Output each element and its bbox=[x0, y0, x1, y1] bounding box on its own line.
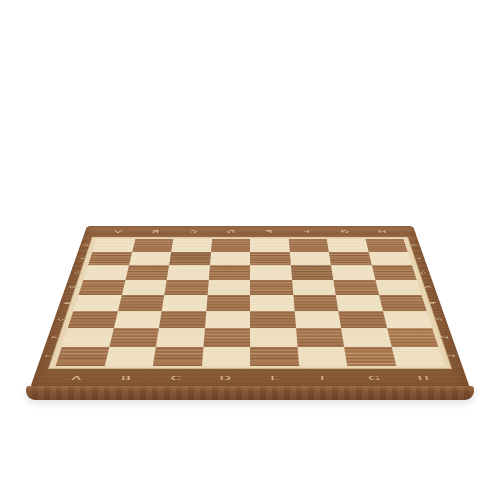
square-a5 bbox=[79, 280, 126, 295]
square-a3 bbox=[68, 311, 118, 328]
square-h5 bbox=[375, 280, 422, 295]
square-d3 bbox=[204, 311, 250, 328]
square-f8 bbox=[288, 239, 328, 252]
square-c1 bbox=[153, 346, 203, 365]
square-c2 bbox=[156, 328, 204, 346]
file-label-bottom-f: F bbox=[311, 373, 337, 384]
file-label-top-a: A bbox=[107, 228, 128, 234]
rank-label-right-6: 6 bbox=[411, 269, 434, 276]
file-label-bottom-a: A bbox=[62, 373, 90, 384]
product-photo: AA11BB22CC33DD44EE55FF66GG77HH88 bbox=[0, 0, 500, 500]
file-label-top-d: D bbox=[221, 228, 240, 234]
chess-board: AA11BB22CC33DD44EE55FF66GG77HH88 bbox=[30, 226, 470, 388]
rank-label-right-7: 7 bbox=[407, 255, 430, 262]
square-e6 bbox=[250, 265, 292, 279]
square-e7 bbox=[250, 252, 290, 266]
rank-label-left-5: 5 bbox=[60, 283, 84, 291]
rank-label-left-3: 3 bbox=[48, 315, 74, 324]
square-c5 bbox=[164, 280, 208, 295]
square-d1 bbox=[201, 346, 250, 365]
rank-label-right-4: 4 bbox=[421, 299, 446, 307]
square-g6 bbox=[331, 265, 375, 279]
square-b8 bbox=[132, 239, 173, 252]
square-d2 bbox=[203, 328, 250, 346]
square-h7 bbox=[368, 252, 412, 266]
square-b2 bbox=[109, 328, 159, 346]
rank-label-right-8: 8 bbox=[403, 242, 425, 249]
rank-label-right-3: 3 bbox=[426, 315, 452, 324]
square-f4 bbox=[293, 295, 338, 311]
rank-label-right-1: 1 bbox=[437, 351, 465, 361]
square-e8 bbox=[250, 239, 289, 252]
square-e1 bbox=[250, 346, 299, 365]
square-a4 bbox=[73, 295, 121, 311]
square-f7 bbox=[289, 252, 331, 266]
board-front-edge bbox=[26, 386, 474, 400]
square-c6 bbox=[167, 265, 210, 279]
square-c3 bbox=[159, 311, 206, 328]
file-label-top-e: E bbox=[259, 228, 278, 234]
file-label-top-h: H bbox=[372, 228, 393, 234]
square-h3 bbox=[383, 311, 433, 328]
square-d8 bbox=[211, 239, 250, 252]
file-label-bottom-e: E bbox=[262, 373, 288, 384]
square-b5 bbox=[121, 280, 166, 295]
file-label-top-g: G bbox=[334, 228, 354, 234]
square-e2 bbox=[250, 328, 297, 346]
square-g8 bbox=[327, 239, 368, 252]
square-b1 bbox=[104, 346, 156, 365]
file-label-bottom-c: C bbox=[162, 373, 188, 384]
board-grid bbox=[56, 239, 445, 366]
square-h4 bbox=[379, 295, 427, 311]
square-f1 bbox=[297, 346, 347, 365]
square-e3 bbox=[250, 311, 296, 328]
square-c8 bbox=[171, 239, 211, 252]
file-label-bottom-h: H bbox=[410, 373, 438, 384]
square-h2 bbox=[387, 328, 438, 346]
square-f2 bbox=[296, 328, 344, 346]
square-g2 bbox=[341, 328, 391, 346]
rank-label-right-5: 5 bbox=[416, 283, 440, 291]
square-h1 bbox=[391, 346, 444, 365]
square-g5 bbox=[333, 280, 378, 295]
square-a2 bbox=[62, 328, 113, 346]
square-f5 bbox=[292, 280, 336, 295]
square-a7 bbox=[88, 252, 132, 266]
file-label-bottom-g: G bbox=[360, 373, 387, 384]
rank-label-left-8: 8 bbox=[75, 242, 97, 249]
square-c7 bbox=[169, 252, 211, 266]
square-g3 bbox=[338, 311, 386, 328]
file-label-top-b: B bbox=[145, 228, 165, 234]
square-b6 bbox=[125, 265, 169, 279]
square-e4 bbox=[250, 295, 294, 311]
square-f3 bbox=[294, 311, 341, 328]
file-label-top-f: F bbox=[297, 228, 317, 234]
rank-label-left-1: 1 bbox=[35, 351, 63, 361]
square-c4 bbox=[162, 295, 207, 311]
square-e5 bbox=[250, 280, 293, 295]
rank-label-left-6: 6 bbox=[66, 269, 89, 276]
square-a6 bbox=[83, 265, 128, 279]
maple-border bbox=[48, 237, 452, 369]
square-b7 bbox=[129, 252, 172, 266]
square-g1 bbox=[344, 346, 396, 365]
rank-label-left-2: 2 bbox=[42, 333, 69, 342]
file-label-bottom-b: B bbox=[112, 373, 139, 384]
file-label-bottom-d: D bbox=[212, 373, 238, 384]
square-a1 bbox=[56, 346, 109, 365]
square-h6 bbox=[371, 265, 416, 279]
square-a8 bbox=[92, 239, 135, 252]
square-b3 bbox=[113, 311, 161, 328]
square-g7 bbox=[329, 252, 372, 266]
rank-label-left-4: 4 bbox=[54, 299, 79, 307]
square-f6 bbox=[290, 265, 333, 279]
rank-label-left-7: 7 bbox=[71, 255, 94, 262]
square-h8 bbox=[365, 239, 408, 252]
square-d5 bbox=[207, 280, 250, 295]
square-d4 bbox=[206, 295, 250, 311]
rank-label-right-2: 2 bbox=[432, 333, 459, 342]
square-b4 bbox=[117, 295, 164, 311]
file-label-top-c: C bbox=[183, 228, 203, 234]
square-g4 bbox=[336, 295, 383, 311]
square-d7 bbox=[210, 252, 250, 266]
square-d6 bbox=[208, 265, 250, 279]
